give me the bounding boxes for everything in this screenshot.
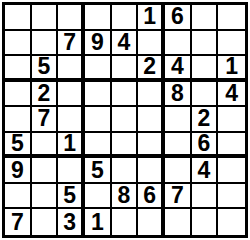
cell-r2c5: 4 xyxy=(112,31,139,57)
cell-r5c8: 2 xyxy=(192,107,219,133)
cell-r9c3: 3 xyxy=(58,209,85,235)
cell-r6c5[interactable] xyxy=(112,133,139,159)
cell-r6c4[interactable] xyxy=(85,133,112,159)
cell-r2c8[interactable] xyxy=(192,31,219,57)
cell-r7c8: 4 xyxy=(192,158,219,184)
cell-r9c9[interactable] xyxy=(218,209,245,235)
cell-r5c9[interactable] xyxy=(218,107,245,133)
cell-r4c7: 8 xyxy=(165,82,192,108)
cell-r6c8: 6 xyxy=(192,133,219,159)
cell-r6c1: 5 xyxy=(5,133,32,159)
cell-r9c2[interactable] xyxy=(32,209,59,235)
cell-r7c4: 5 xyxy=(85,158,112,184)
cell-r6c3: 1 xyxy=(58,133,85,159)
cell-r4c4[interactable] xyxy=(85,82,112,108)
cell-r9c5[interactable] xyxy=(112,209,139,235)
cell-r5c7[interactable] xyxy=(165,107,192,133)
cell-r3c1[interactable] xyxy=(5,56,32,82)
cell-r9c7[interactable] xyxy=(165,209,192,235)
cell-r8c6: 6 xyxy=(138,184,165,210)
cell-r2c7[interactable] xyxy=(165,31,192,57)
cell-r7c3[interactable] xyxy=(58,158,85,184)
cell-r3c5[interactable] xyxy=(112,56,139,82)
cell-r2c9[interactable] xyxy=(218,31,245,57)
cell-r8c1[interactable] xyxy=(5,184,32,210)
cell-r2c3: 7 xyxy=(58,31,85,57)
cell-r1c2[interactable] xyxy=(32,5,59,31)
cell-r2c6[interactable] xyxy=(138,31,165,57)
cell-r8c8[interactable] xyxy=(192,184,219,210)
cell-r4c5[interactable] xyxy=(112,82,139,108)
cell-r9c8[interactable] xyxy=(192,209,219,235)
cell-r4c6[interactable] xyxy=(138,82,165,108)
cell-r1c8[interactable] xyxy=(192,5,219,31)
cell-r4c1[interactable] xyxy=(5,82,32,108)
cell-r5c1[interactable] xyxy=(5,107,32,133)
cell-r5c3[interactable] xyxy=(58,107,85,133)
cell-r9c6[interactable] xyxy=(138,209,165,235)
cell-r7c9[interactable] xyxy=(218,158,245,184)
cell-r4c2: 2 xyxy=(32,82,59,108)
cell-r9c4: 1 xyxy=(85,209,112,235)
cell-r1c1[interactable] xyxy=(5,5,32,31)
cell-r6c7[interactable] xyxy=(165,133,192,159)
cell-r1c7: 6 xyxy=(165,5,192,31)
cell-r6c6[interactable] xyxy=(138,133,165,159)
cell-r1c3[interactable] xyxy=(58,5,85,31)
cell-r5c6[interactable] xyxy=(138,107,165,133)
cell-r2c1[interactable] xyxy=(5,31,32,57)
cell-r8c5: 8 xyxy=(112,184,139,210)
sudoku-page: 167945241284725169545867731 xyxy=(0,0,250,240)
cell-r6c9[interactable] xyxy=(218,133,245,159)
cell-r1c6: 1 xyxy=(138,5,165,31)
cell-r5c4[interactable] xyxy=(85,107,112,133)
cell-r7c2[interactable] xyxy=(32,158,59,184)
cell-r4c3[interactable] xyxy=(58,82,85,108)
cell-r7c7[interactable] xyxy=(165,158,192,184)
cell-r3c9: 1 xyxy=(218,56,245,82)
cell-r3c8[interactable] xyxy=(192,56,219,82)
cell-r2c4: 9 xyxy=(85,31,112,57)
cell-r6c2[interactable] xyxy=(32,133,59,159)
cell-r8c4[interactable] xyxy=(85,184,112,210)
cell-r7c5[interactable] xyxy=(112,158,139,184)
cell-r4c8[interactable] xyxy=(192,82,219,108)
cell-r8c3: 5 xyxy=(58,184,85,210)
sudoku-board: 167945241284725169545867731 xyxy=(2,2,248,238)
cell-r1c9[interactable] xyxy=(218,5,245,31)
cell-r3c7: 4 xyxy=(165,56,192,82)
cell-r3c2: 5 xyxy=(32,56,59,82)
cell-r9c1: 7 xyxy=(5,209,32,235)
cell-r8c2[interactable] xyxy=(32,184,59,210)
cell-r2c2[interactable] xyxy=(32,31,59,57)
cell-r7c1: 9 xyxy=(5,158,32,184)
cell-r1c4[interactable] xyxy=(85,5,112,31)
cell-r8c9[interactable] xyxy=(218,184,245,210)
cell-r3c4[interactable] xyxy=(85,56,112,82)
cell-r8c7: 7 xyxy=(165,184,192,210)
cell-r1c5[interactable] xyxy=(112,5,139,31)
cell-r5c5[interactable] xyxy=(112,107,139,133)
cell-r7c6[interactable] xyxy=(138,158,165,184)
cell-r5c2: 7 xyxy=(32,107,59,133)
cell-r3c3[interactable] xyxy=(58,56,85,82)
cell-r3c6: 2 xyxy=(138,56,165,82)
cell-r4c9: 4 xyxy=(218,82,245,108)
